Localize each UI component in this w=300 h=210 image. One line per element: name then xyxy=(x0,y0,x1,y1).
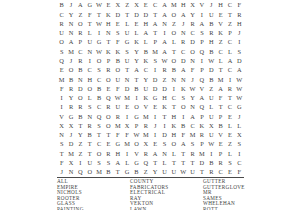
grid-cell: M xyxy=(113,121,122,130)
grid-cell: X xyxy=(57,121,66,130)
grid-cell: E xyxy=(104,1,113,10)
grid-cell: R xyxy=(76,103,85,112)
grid-cell: W xyxy=(207,57,216,66)
grid-cell: B xyxy=(179,121,188,130)
grid-cell: F xyxy=(113,84,122,93)
grid-cell: L xyxy=(141,38,150,47)
grid-cell: U xyxy=(57,29,66,38)
grid-cell: K xyxy=(169,121,178,130)
grid-cell: L xyxy=(122,20,131,29)
grid-cell: W xyxy=(160,57,169,66)
grid-cell: B xyxy=(94,84,103,93)
grid-cell: T xyxy=(216,103,225,112)
grid-cell: C xyxy=(57,10,66,19)
grid-cell: I xyxy=(122,112,131,121)
grid-cell: H xyxy=(169,112,178,121)
grid-cell: J xyxy=(179,20,188,29)
grid-cell: O xyxy=(94,149,103,158)
grid-cell: Y xyxy=(132,57,141,66)
grid-cell: B xyxy=(216,121,225,130)
grid-cell: A xyxy=(179,66,188,75)
grid-cell: G xyxy=(85,1,94,10)
grid-cell: T xyxy=(151,158,160,167)
grid-cell: A xyxy=(113,158,122,167)
grid-cell: G xyxy=(113,140,122,149)
grid-cell: I xyxy=(225,75,234,84)
grid-cell: J xyxy=(66,57,75,66)
grid-cell: S xyxy=(94,121,103,130)
grid-cell: B xyxy=(76,112,85,121)
grid-cell: A xyxy=(235,66,244,75)
grid-cell: I xyxy=(207,149,216,158)
grid-cell: J xyxy=(235,29,244,38)
grid-cell: D xyxy=(160,131,169,140)
grid-cell: F xyxy=(57,158,66,167)
grid-cell: R xyxy=(225,84,234,93)
grid-cell: J xyxy=(207,1,216,10)
grid-cell: Y xyxy=(188,10,197,19)
grid-cell: B xyxy=(85,131,94,140)
word-list-column: ALLEMPIRENICHOLSROOTERGLASSPAINTING xyxy=(57,179,130,210)
grid-cell: E xyxy=(132,20,141,29)
grid-cell: T xyxy=(188,158,197,167)
grid-cell: L xyxy=(207,103,216,112)
grid-cell: Z xyxy=(225,20,234,29)
grid-cell: I xyxy=(122,149,131,158)
grid-cell: Z xyxy=(160,75,169,84)
grid-cell: C xyxy=(188,29,197,38)
grid-cell: T xyxy=(169,47,178,56)
grid-cell: R xyxy=(141,121,150,130)
grid-cell: E xyxy=(104,140,113,149)
grid-cell: S xyxy=(57,140,66,149)
grid-cell: I xyxy=(235,38,244,47)
grid-cell: N xyxy=(160,20,169,29)
grid-cell: A xyxy=(66,38,75,47)
grid-cell: K xyxy=(113,47,122,56)
grid-cell: J xyxy=(66,1,75,10)
grid-cell: B xyxy=(207,158,216,167)
grid-cell: X xyxy=(66,121,75,130)
grid-cell: X xyxy=(141,140,150,149)
grid-cell: N xyxy=(188,57,197,66)
grid-cell: B xyxy=(207,75,216,84)
grid-cell: W xyxy=(188,84,197,93)
grid-cell: R xyxy=(66,84,75,93)
grid-cell: Y xyxy=(188,94,197,103)
grid-cell: A xyxy=(160,10,169,19)
grid-cell: Y xyxy=(76,131,85,140)
grid-cell: B xyxy=(94,94,103,103)
grid-cell: U xyxy=(113,75,122,84)
grid-cell: C xyxy=(216,168,225,177)
grid-cell: T xyxy=(151,10,160,19)
grid-cell: U xyxy=(207,94,216,103)
grid-cell: L xyxy=(169,38,178,47)
grid-cell: A xyxy=(160,38,169,47)
grid-cell: W xyxy=(179,168,188,177)
grid-cell: J xyxy=(66,131,75,140)
grid-cell: T xyxy=(113,168,122,177)
grid-cell: T xyxy=(57,149,66,158)
grid-cell: S xyxy=(122,47,131,56)
grid-cell: K xyxy=(141,57,150,66)
grid-cell: J xyxy=(57,168,66,177)
grid-cell: R xyxy=(76,29,85,38)
grid-cell: W xyxy=(235,84,244,93)
grid-cell: P xyxy=(216,112,225,121)
grid-cell: M xyxy=(141,131,150,140)
grid-cell: X xyxy=(235,131,244,140)
grid-cell: J xyxy=(151,121,160,130)
grid-cell: B xyxy=(207,20,216,29)
grid-cell: R xyxy=(188,20,197,29)
grid-cell: G xyxy=(132,112,141,121)
grid-cell: U xyxy=(141,84,150,93)
grid-cell: R xyxy=(188,149,197,158)
grid-cell: K xyxy=(160,103,169,112)
word-search-page: BJAGWEXZXECAMHXVJHCFCYZFTKDTDDTAOAYIUETR… xyxy=(0,0,300,210)
grid-cell: L xyxy=(216,57,225,66)
grid-cell: T xyxy=(85,149,94,158)
grid-cell: A xyxy=(160,1,169,10)
grid-cell: L xyxy=(160,158,169,167)
grid-cell: N xyxy=(169,75,178,84)
grid-cell: G xyxy=(132,158,141,167)
grid-cell: Q xyxy=(76,168,85,177)
grid-cell: I xyxy=(57,94,66,103)
grid-cell: K xyxy=(179,84,188,93)
grid-cell: T xyxy=(197,168,206,177)
grid-cell: T xyxy=(122,10,131,19)
grid-cell: T xyxy=(94,131,103,140)
grid-cell: T xyxy=(151,29,160,38)
grid-cell: P xyxy=(225,29,234,38)
grid-cell: R xyxy=(179,38,188,47)
grid-cell: R xyxy=(104,103,113,112)
grid-cell: A xyxy=(160,47,169,56)
grid-cell: U xyxy=(113,103,122,112)
grid-cell: Z xyxy=(216,38,225,47)
grid-cell: R xyxy=(104,149,113,158)
grid-cell: S xyxy=(235,47,244,56)
grid-cell: M xyxy=(57,75,66,84)
grid-cell: H xyxy=(179,1,188,10)
grid-cell: L xyxy=(85,29,94,38)
grid-cell: N xyxy=(66,29,75,38)
grid-cell: F xyxy=(113,38,122,47)
grid-cell: I xyxy=(57,103,66,112)
grid-cell: O xyxy=(85,168,94,177)
grid-cell: F xyxy=(122,131,131,140)
grid-cell: T xyxy=(132,75,141,84)
grid-cell: M xyxy=(94,168,103,177)
grid-cell: H xyxy=(160,94,169,103)
grid-cell: L xyxy=(225,149,234,158)
grid-cell: D xyxy=(207,66,216,75)
grid-cell: Q xyxy=(57,57,66,66)
grid-cell: S xyxy=(57,47,66,56)
grid-cell: D xyxy=(235,57,244,66)
grid-cell: M xyxy=(122,94,131,103)
grid-cell: I xyxy=(160,121,169,130)
grid-cell: C xyxy=(141,66,150,75)
grid-cell: B xyxy=(169,66,178,75)
grid-cell: V xyxy=(141,103,150,112)
grid-cell: V xyxy=(197,1,206,10)
grid-cell: E xyxy=(151,140,160,149)
grid-cell: W xyxy=(235,94,244,103)
grid-cell: J xyxy=(188,75,197,84)
grid-cell: I xyxy=(169,84,178,93)
grid-cell: S xyxy=(94,66,103,75)
grid-cell: M xyxy=(188,131,197,140)
grid-cell: C xyxy=(225,38,234,47)
word-list-item: PAINTING xyxy=(57,207,130,210)
grid-cell: P xyxy=(76,38,85,47)
grid-cell: U xyxy=(85,38,94,47)
grid-cell: H xyxy=(113,149,122,158)
grid-cell: Q xyxy=(197,103,206,112)
grid-cell: F xyxy=(179,131,188,140)
grid-cell: T xyxy=(216,66,225,75)
grid-cell: I xyxy=(197,57,206,66)
grid-cell: U xyxy=(169,168,178,177)
grid-cell: B xyxy=(113,57,122,66)
grid-cell: A xyxy=(76,1,85,10)
grid-cell: C xyxy=(94,103,103,112)
grid-cell: I xyxy=(151,112,160,121)
grid-cell: O xyxy=(169,10,178,19)
grid-cell: U xyxy=(160,168,169,177)
grid-cell: Y xyxy=(141,75,150,84)
grid-cell: L xyxy=(169,149,178,158)
grid-cell: U xyxy=(188,168,197,177)
grid-cell: V xyxy=(57,112,66,121)
grid-cell: C xyxy=(235,158,244,167)
grid-cell: S xyxy=(160,140,169,149)
grid-cell: K xyxy=(104,10,113,19)
grid-cell: I xyxy=(85,57,94,66)
grid-cell: R xyxy=(197,131,206,140)
grid-cell: Z xyxy=(169,20,178,29)
grid-cell: H xyxy=(169,131,178,140)
grid-cell: R xyxy=(216,158,225,167)
grid-cell: R xyxy=(76,57,85,66)
grid-cell: Y xyxy=(66,94,75,103)
grid-cell: L xyxy=(235,121,244,130)
grid-cell: X xyxy=(188,1,197,10)
grid-cell: A xyxy=(141,29,150,38)
grid-cell: S xyxy=(225,158,234,167)
grid-cell: K xyxy=(197,121,206,130)
grid-cell: T xyxy=(169,103,178,112)
grid-cell: A xyxy=(216,84,225,93)
word-list-column: COUNTYFABRICATORSELECTRICALRAYVEKTONLAWN xyxy=(130,179,203,210)
grid-cell: P xyxy=(197,140,206,149)
grid-cell: M xyxy=(66,149,75,158)
grid-cell: O xyxy=(104,121,113,130)
grid-cell: E xyxy=(225,168,234,177)
grid-cell: M xyxy=(216,75,225,84)
grid-cell: S xyxy=(188,140,197,149)
grid-cell: W xyxy=(94,20,103,29)
grid-cell: T xyxy=(85,20,94,29)
grid-cell: C xyxy=(225,103,234,112)
grid-cell: R xyxy=(141,149,150,158)
grid-cell: Q xyxy=(94,112,103,121)
grid-cell: H xyxy=(235,20,244,29)
word-list-item: ROTT xyxy=(203,207,263,210)
grid-cell: V xyxy=(216,20,225,29)
grid-cell: U xyxy=(207,131,216,140)
grid-cell: O xyxy=(169,57,178,66)
grid-cell: Z xyxy=(207,84,216,93)
grid-cell: T xyxy=(225,94,234,103)
grid-cell: A xyxy=(179,10,188,19)
grid-cell: B xyxy=(104,168,113,177)
grid-cell: I xyxy=(179,112,188,121)
grid-cell: R xyxy=(235,10,244,19)
grid-cell: C xyxy=(76,47,85,56)
grid-cell: H xyxy=(85,75,94,84)
grid-cell: N xyxy=(179,75,188,84)
grid-cell: Q xyxy=(141,158,150,167)
grid-cell: A xyxy=(179,140,188,149)
grid-cell: Q xyxy=(197,47,206,56)
grid-cell: C xyxy=(94,140,103,149)
grid-cell: L xyxy=(225,47,234,56)
grid-cell: G xyxy=(66,112,75,121)
grid-cell: D xyxy=(197,158,206,167)
grid-cell: G xyxy=(122,38,131,47)
grid-cell: N xyxy=(122,75,131,84)
grid-cell: T xyxy=(179,149,188,158)
grid-cell: O xyxy=(132,103,141,112)
grid-cell: D xyxy=(122,84,131,93)
grid-cell: G xyxy=(122,168,131,177)
grid-cell: K xyxy=(132,38,141,47)
grid-cell: T xyxy=(94,10,103,19)
grid-cell: P xyxy=(197,112,206,121)
grid-cell: X xyxy=(122,121,131,130)
grid-cell: T xyxy=(179,158,188,167)
grid-cell: T xyxy=(122,66,131,75)
grid-cell: C xyxy=(85,66,94,75)
grid-cell: M xyxy=(122,140,131,149)
grid-cell: V xyxy=(197,84,206,93)
grid-cell: D xyxy=(132,10,141,19)
word-search-grid: BJAGWEXZXECAMHXVJHCFCYZFTKDTDDTAOAYIUETR… xyxy=(57,1,244,177)
grid-cell: L xyxy=(122,158,131,167)
grid-cell: C xyxy=(169,94,178,103)
grid-cell: Q xyxy=(197,75,206,84)
grid-cell: N xyxy=(66,168,75,177)
grid-cell: T xyxy=(104,131,113,140)
grid-cell: C xyxy=(216,47,225,56)
grid-cell: X xyxy=(66,158,75,167)
grid-cell: O xyxy=(132,140,141,149)
grid-cell: Y xyxy=(151,168,160,177)
grid-cell: O xyxy=(66,66,75,75)
grid-cell: Z xyxy=(76,10,85,19)
grid-cell: R xyxy=(66,103,75,112)
grid-cell: C xyxy=(179,47,188,56)
grid-cell: S xyxy=(151,57,160,66)
grid-cell: E xyxy=(113,20,122,29)
grid-cell: H xyxy=(104,20,113,29)
grid-cell: M xyxy=(197,149,206,158)
grid-cell: R xyxy=(207,29,216,38)
grid-cell: X xyxy=(132,1,141,10)
grid-cell: K xyxy=(104,47,113,56)
grid-cell: N xyxy=(76,75,85,84)
grid-cell: D xyxy=(151,84,160,93)
grid-cell: B xyxy=(76,66,85,75)
grid-cell: N xyxy=(104,29,113,38)
grid-cell: U xyxy=(122,29,131,38)
grid-cell: Z xyxy=(76,140,85,149)
grid-cell: O xyxy=(76,94,85,103)
grid-cell: A xyxy=(188,112,197,121)
grid-cell: A xyxy=(151,20,160,29)
grid-cell: H xyxy=(207,38,216,47)
grid-cell: R xyxy=(57,20,66,29)
grid-cell: U xyxy=(122,57,131,66)
grid-cell: K xyxy=(216,29,225,38)
grid-cell: N xyxy=(160,149,169,158)
grid-cell: I xyxy=(197,10,206,19)
grid-cell: G xyxy=(94,38,103,47)
grid-cell: F xyxy=(85,10,94,19)
grid-cell: Z xyxy=(141,168,150,177)
grid-cell: G xyxy=(235,103,244,112)
grid-cell: D xyxy=(66,140,75,149)
grid-cell: M xyxy=(169,1,178,10)
grid-cell: T xyxy=(104,38,113,47)
word-list-column: GUTTERGUTTERGLOVEMRSAMESWHELEHANROTT xyxy=(203,179,263,210)
grid-cell: O xyxy=(188,47,197,56)
grid-cell: P xyxy=(104,57,113,66)
grid-cell: S xyxy=(235,140,244,149)
grid-cell: Y xyxy=(132,47,141,56)
grid-cell: L xyxy=(225,121,234,130)
grid-cell: C xyxy=(225,1,234,10)
grid-cell: O xyxy=(104,112,113,121)
grid-cell: O xyxy=(104,75,113,84)
grid-cell: A xyxy=(132,66,141,75)
grid-cell: I xyxy=(76,158,85,167)
grid-cell: J xyxy=(235,112,244,121)
grid-cell: F xyxy=(216,94,225,103)
grid-cell: N xyxy=(188,103,197,112)
grid-cell: O xyxy=(169,29,178,38)
grid-cell: C xyxy=(151,1,160,10)
grid-cell: I xyxy=(160,29,169,38)
grid-cell: T xyxy=(160,112,169,121)
grid-cell: S xyxy=(94,158,103,167)
grid-cell: E xyxy=(104,84,113,93)
grid-cell: U xyxy=(85,158,94,167)
grid-cell: D xyxy=(113,10,122,19)
grid-cell: E xyxy=(141,1,150,10)
grid-cell: S xyxy=(85,103,94,112)
grid-cell: A xyxy=(197,20,206,29)
grid-cell: O xyxy=(57,38,66,47)
grid-cell: T xyxy=(85,140,94,149)
grid-cell: L xyxy=(85,94,94,103)
grid-cell: M xyxy=(66,47,75,56)
